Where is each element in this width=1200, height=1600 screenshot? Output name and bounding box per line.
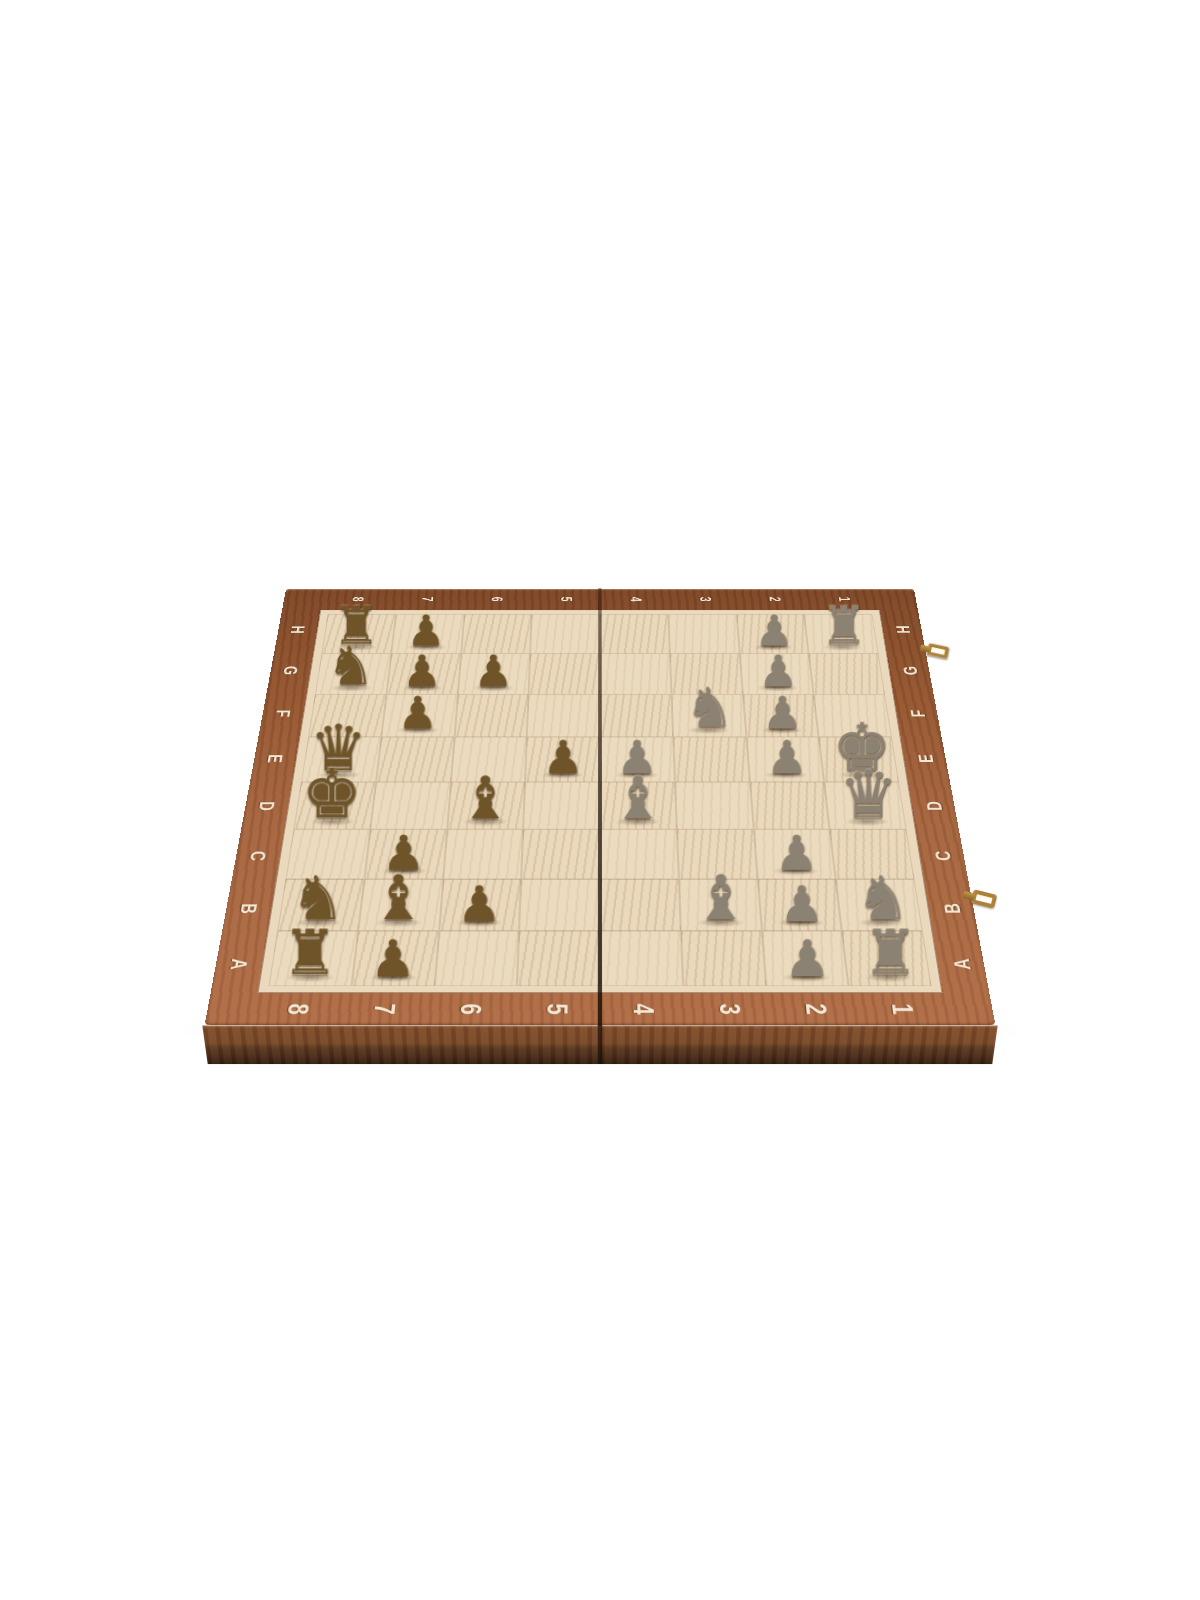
square-d5[interactable] [523,782,600,829]
square-d4[interactable]: ♝ [600,782,677,829]
piece-black-pawn-f7[interactable]: ♟ [398,690,438,735]
piece-black-king-d8[interactable]: ♚ [302,760,363,828]
square-c5[interactable] [521,829,600,879]
square-a6[interactable] [434,931,519,986]
piece-white-pawn-a2[interactable]: ♟ [784,933,830,984]
piece-black-pawn-a7[interactable]: ♟ [370,933,416,984]
piece-black-knight-g8[interactable]: ♞ [327,639,375,692]
square-h4[interactable] [600,614,670,653]
brass-latch-icon[interactable] [927,643,949,659]
square-c4[interactable] [600,829,679,879]
square-g6[interactable]: ♟ [457,653,530,694]
square-h3[interactable] [668,614,739,653]
square-d2[interactable] [750,782,830,829]
square-b5[interactable] [519,879,600,931]
square-d7[interactable] [370,782,450,829]
square-g1[interactable] [809,653,885,694]
piece-black-bishop-b7[interactable]: ♝ [371,867,426,928]
board-front-face [202,1025,997,1064]
piece-white-rook-a1[interactable]: ♜ [862,922,918,984]
piece-black-pawn-e5[interactable]: ♟ [542,734,583,780]
square-e2[interactable]: ♟ [746,737,824,782]
square-b4[interactable] [600,879,681,931]
square-h1[interactable]: ♜ [804,614,878,653]
piece-black-rook-a8[interactable]: ♜ [282,922,338,984]
square-c6[interactable] [443,829,524,879]
chess-board: 87654321 87654321 HGFEDCBA HGFEDCBA ♜♟♟♜… [205,589,996,1026]
square-a1[interactable]: ♜ [842,931,931,986]
square-d1[interactable]: ♛ [824,782,906,829]
piece-white-knight-f3[interactable]: ♞ [685,681,734,736]
piece-black-pawn-b6[interactable]: ♟ [457,879,501,929]
square-e3[interactable] [673,737,750,782]
square-b6[interactable]: ♟ [439,879,522,931]
square-f7[interactable]: ♟ [381,694,457,737]
square-g4[interactable] [600,653,671,694]
piece-white-pawn-e2[interactable]: ♟ [766,734,807,780]
square-d8[interactable]: ♚ [293,782,375,829]
square-c2[interactable]: ♟ [753,829,836,879]
piece-white-rook-h1[interactable]: ♜ [820,600,867,652]
square-d3[interactable] [675,782,754,829]
square-b7[interactable]: ♝ [358,879,443,931]
square-f3[interactable]: ♞ [671,694,746,737]
piece-black-pawn-g7[interactable]: ♟ [402,649,441,693]
square-a2[interactable]: ♟ [761,931,848,986]
square-a3[interactable] [681,931,766,986]
piece-white-bishop-d4[interactable]: ♝ [612,769,664,827]
piece-black-pawn-g6[interactable]: ♟ [474,649,513,693]
square-g5[interactable] [529,653,600,694]
latch-ring [927,643,949,659]
brass-latch-icon[interactable] [971,889,998,908]
piece-white-pawn-b2[interactable]: ♟ [779,879,823,929]
square-h5[interactable] [530,614,600,653]
square-e5[interactable]: ♟ [525,737,600,782]
piece-white-queen-d1[interactable]: ♛ [839,762,898,828]
piece-white-pawn-g2[interactable]: ♟ [758,649,797,693]
square-b2[interactable]: ♟ [757,879,842,931]
square-f6[interactable] [454,694,529,737]
square-b3[interactable]: ♝ [679,879,762,931]
square-a7[interactable]: ♟ [351,931,438,986]
square-d6[interactable]: ♝ [447,782,526,829]
square-a5[interactable] [517,931,600,986]
piece-white-pawn-c2[interactable]: ♟ [775,828,818,876]
square-g8[interactable]: ♞ [315,653,391,694]
piece-white-bishop-b3[interactable]: ♝ [693,867,748,928]
photo-background: { "game": "chess", "description": "Overh… [0,0,1200,1600]
latch-ring [971,889,998,908]
piece-white-pawn-f2[interactable]: ♟ [762,690,802,735]
square-a8[interactable]: ♜ [268,931,357,986]
piece-black-bishop-d6[interactable]: ♝ [459,769,511,827]
square-a4[interactable] [600,931,683,986]
square-e7[interactable] [376,737,454,782]
